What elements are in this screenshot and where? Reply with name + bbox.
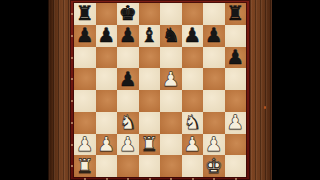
black-rook[interactable]: ♜ xyxy=(226,3,244,24)
white-pawn[interactable]: ♟ xyxy=(205,134,223,155)
square-e6[interactable] xyxy=(160,47,182,69)
square-a3[interactable] xyxy=(74,112,96,134)
square-c5[interactable]: ♟ xyxy=(117,68,139,90)
white-knight[interactable]: ♞ xyxy=(183,112,201,133)
square-f7[interactable]: ♟ xyxy=(182,25,204,47)
square-c8[interactable]: ♚ xyxy=(117,3,139,25)
rank-label-3 xyxy=(71,122,73,124)
square-c1[interactable] xyxy=(117,155,139,177)
square-a2[interactable]: ♟ xyxy=(74,134,96,156)
square-g4[interactable] xyxy=(203,90,225,112)
white-knight[interactable]: ♞ xyxy=(119,112,137,133)
square-d3[interactable] xyxy=(139,112,161,134)
square-h7[interactable] xyxy=(225,25,247,47)
square-d7[interactable]: ♝ xyxy=(139,25,161,47)
square-e7[interactable]: ♞ xyxy=(160,25,182,47)
square-f5[interactable] xyxy=(182,68,204,90)
white-pawn[interactable]: ♟ xyxy=(97,134,115,155)
rank-label-7 xyxy=(71,35,73,37)
file-label-f xyxy=(192,178,194,180)
square-b2[interactable]: ♟ xyxy=(96,134,118,156)
rank-label-4 xyxy=(71,100,73,102)
black-bishop[interactable]: ♝ xyxy=(140,25,158,46)
square-g6[interactable] xyxy=(203,47,225,69)
square-f1[interactable] xyxy=(182,155,204,177)
square-h6[interactable]: ♟ xyxy=(225,47,247,69)
square-d1[interactable] xyxy=(139,155,161,177)
black-pawn[interactable]: ♟ xyxy=(119,25,137,46)
file-label-d xyxy=(149,178,151,180)
square-d5[interactable] xyxy=(139,68,161,90)
white-pawn[interactable]: ♟ xyxy=(226,112,244,133)
square-g3[interactable] xyxy=(203,112,225,134)
square-b6[interactable] xyxy=(96,47,118,69)
square-a4[interactable] xyxy=(74,90,96,112)
rank-label-8 xyxy=(71,13,73,15)
square-h2[interactable] xyxy=(225,134,247,156)
file-label-g xyxy=(213,178,215,180)
square-f6[interactable] xyxy=(182,47,204,69)
rank-label-1 xyxy=(71,165,73,167)
black-pawn[interactable]: ♟ xyxy=(226,47,244,68)
square-c7[interactable]: ♟ xyxy=(117,25,139,47)
square-b7[interactable]: ♟ xyxy=(96,25,118,47)
square-b5[interactable] xyxy=(96,68,118,90)
square-d4[interactable] xyxy=(139,90,161,112)
square-b3[interactable] xyxy=(96,112,118,134)
square-g1[interactable]: ♚ xyxy=(203,155,225,177)
white-pawn[interactable]: ♟ xyxy=(183,134,201,155)
file-label-e xyxy=(170,178,172,180)
square-e3[interactable] xyxy=(160,112,182,134)
white-king[interactable]: ♚ xyxy=(205,156,223,177)
square-e4[interactable] xyxy=(160,90,182,112)
chess-app-screenshot: ♜♚♜♟♟♟♝♞♟♟♟♟♟♞♞♟♟♟♟♜♟♟♜♚ xyxy=(0,0,320,180)
black-pawn[interactable]: ♟ xyxy=(97,25,115,46)
square-g7[interactable]: ♟ xyxy=(203,25,225,47)
square-e1[interactable] xyxy=(160,155,182,177)
rank-label-2 xyxy=(71,144,73,146)
white-rook[interactable]: ♜ xyxy=(140,134,158,155)
square-h1[interactable] xyxy=(225,155,247,177)
white-pawn[interactable]: ♟ xyxy=(162,69,180,90)
square-f3[interactable]: ♞ xyxy=(182,112,204,134)
square-g5[interactable] xyxy=(203,68,225,90)
square-f4[interactable] xyxy=(182,90,204,112)
square-b1[interactable] xyxy=(96,155,118,177)
square-a8[interactable]: ♜ xyxy=(74,3,96,25)
square-b4[interactable] xyxy=(96,90,118,112)
square-h8[interactable]: ♜ xyxy=(225,3,247,25)
square-a5[interactable] xyxy=(74,68,96,90)
wood-frame-left xyxy=(48,0,70,180)
square-f8[interactable] xyxy=(182,3,204,25)
square-g2[interactable]: ♟ xyxy=(203,134,225,156)
black-knight[interactable]: ♞ xyxy=(162,25,180,46)
square-d2[interactable]: ♜ xyxy=(139,134,161,156)
square-e8[interactable] xyxy=(160,3,182,25)
square-h5[interactable] xyxy=(225,68,247,90)
wood-knot-dot xyxy=(264,106,266,109)
square-e2[interactable] xyxy=(160,134,182,156)
black-king[interactable]: ♚ xyxy=(119,3,137,24)
square-f2[interactable]: ♟ xyxy=(182,134,204,156)
square-b8[interactable] xyxy=(96,3,118,25)
square-g8[interactable] xyxy=(203,3,225,25)
wood-frame-right xyxy=(250,0,272,180)
chessboard[interactable]: ♜♚♜♟♟♟♝♞♟♟♟♟♟♞♞♟♟♟♟♜♟♟♜♚ xyxy=(74,3,246,177)
black-rook[interactable]: ♜ xyxy=(76,3,94,24)
white-rook[interactable]: ♜ xyxy=(76,156,94,177)
square-c6[interactable] xyxy=(117,47,139,69)
square-a6[interactable] xyxy=(74,47,96,69)
square-h4[interactable] xyxy=(225,90,247,112)
square-c3[interactable]: ♞ xyxy=(117,112,139,134)
square-a1[interactable]: ♜ xyxy=(74,155,96,177)
rank-label-6 xyxy=(71,57,73,59)
square-c4[interactable] xyxy=(117,90,139,112)
square-h3[interactable]: ♟ xyxy=(225,112,247,134)
white-pawn[interactable]: ♟ xyxy=(76,134,94,155)
square-a7[interactable]: ♟ xyxy=(74,25,96,47)
rank-label-5 xyxy=(71,78,73,80)
square-c2[interactable]: ♟ xyxy=(117,134,139,156)
black-pawn[interactable]: ♟ xyxy=(205,25,223,46)
square-d6[interactable] xyxy=(139,47,161,69)
white-pawn[interactable]: ♟ xyxy=(119,134,137,155)
square-d8[interactable] xyxy=(139,3,161,25)
black-pawn[interactable]: ♟ xyxy=(119,69,137,90)
file-label-b xyxy=(106,178,108,180)
square-e5[interactable]: ♟ xyxy=(160,68,182,90)
file-label-a xyxy=(84,178,86,180)
file-label-h xyxy=(235,178,237,180)
black-pawn[interactable]: ♟ xyxy=(76,25,94,46)
file-label-c xyxy=(127,178,129,180)
board-border: ♜♚♜♟♟♟♝♞♟♟♟♟♟♞♞♟♟♟♟♜♟♟♜♚ xyxy=(70,0,250,180)
black-pawn[interactable]: ♟ xyxy=(183,25,201,46)
